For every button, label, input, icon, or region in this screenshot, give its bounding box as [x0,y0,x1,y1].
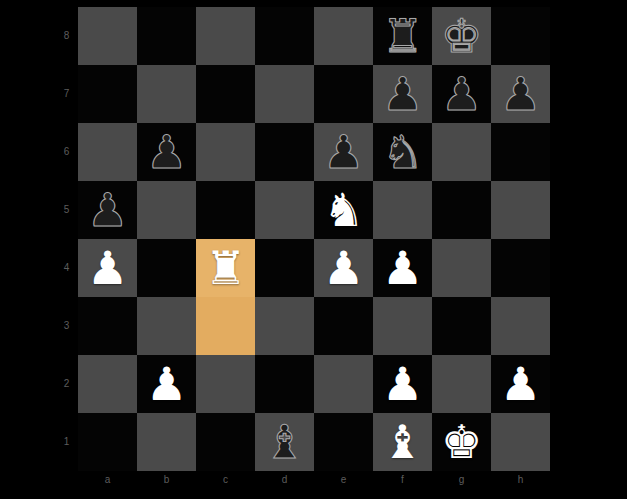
white-pawn-b2[interactable]: ♟ [146,355,187,413]
square-g7[interactable]: ♟ [432,65,491,123]
square-a8[interactable] [78,7,137,65]
square-h7[interactable]: ♟ [491,65,550,123]
square-e4[interactable]: ♟ [314,239,373,297]
square-d5[interactable] [255,181,314,239]
rank-label-5: 5 [59,181,74,239]
square-f3[interactable] [373,297,432,355]
white-king-g1[interactable]: ♚ [441,413,482,471]
file-label-e: e [314,472,373,487]
square-g4[interactable] [432,239,491,297]
white-rook-c4[interactable]: ♜ [205,239,246,297]
square-h2[interactable]: ♟ [491,355,550,413]
square-f7[interactable]: ♟ [373,65,432,123]
square-e1[interactable] [314,413,373,471]
square-c2[interactable] [196,355,255,413]
square-f1[interactable]: ♝ [373,413,432,471]
square-d4[interactable] [255,239,314,297]
square-a2[interactable] [78,355,137,413]
rank-label-2: 2 [59,355,74,413]
square-h4[interactable] [491,239,550,297]
white-bishop-f1[interactable]: ♝ [382,413,423,471]
square-g3[interactable] [432,297,491,355]
file-label-g: g [432,472,491,487]
square-b8[interactable] [137,7,196,65]
rank-label-8: 8 [59,7,74,65]
square-c7[interactable] [196,65,255,123]
square-g1[interactable]: ♚ [432,413,491,471]
black-pawn-f7[interactable]: ♟ [382,65,423,123]
file-label-b: b [137,472,196,487]
square-e2[interactable] [314,355,373,413]
square-f5[interactable] [373,181,432,239]
white-pawn-e4[interactable]: ♟ [323,239,364,297]
square-b6[interactable]: ♟ [137,123,196,181]
file-label-h: h [491,472,550,487]
square-h3[interactable] [491,297,550,355]
square-g2[interactable] [432,355,491,413]
square-h1[interactable] [491,413,550,471]
black-pawn-g7[interactable]: ♟ [441,65,482,123]
square-b3[interactable] [137,297,196,355]
square-a3[interactable] [78,297,137,355]
square-e8[interactable] [314,7,373,65]
square-d1[interactable]: ♝ [255,413,314,471]
square-a4[interactable]: ♟ [78,239,137,297]
file-label-a: a [78,472,137,487]
square-a5[interactable]: ♟ [78,181,137,239]
square-b5[interactable] [137,181,196,239]
white-pawn-a4[interactable]: ♟ [87,239,128,297]
square-d7[interactable] [255,65,314,123]
square-f8[interactable]: ♜ [373,7,432,65]
square-d8[interactable] [255,7,314,65]
square-c8[interactable] [196,7,255,65]
square-a6[interactable] [78,123,137,181]
white-pawn-f4[interactable]: ♟ [382,239,423,297]
square-c1[interactable] [196,413,255,471]
file-label-c: c [196,472,255,487]
file-labels: abcdefgh [78,471,550,489]
rank-labels: 87654321 [59,7,74,471]
black-pawn-a5[interactable]: ♟ [87,181,128,239]
chess-app: 87654321 ♜♚♟♟♟♟♟♞♟♞♟♜♟♟♟♟♟♝♝♚ abcdefgh [0,0,627,499]
file-label-d: d [255,472,314,487]
square-f6[interactable]: ♞ [373,123,432,181]
black-pawn-e6[interactable]: ♟ [323,123,364,181]
square-a1[interactable] [78,413,137,471]
chess-board: ♜♚♟♟♟♟♟♞♟♞♟♜♟♟♟♟♟♝♝♚ [78,7,550,471]
rank-label-3: 3 [59,297,74,355]
black-bishop-d1[interactable]: ♝ [264,413,305,471]
black-pawn-b6[interactable]: ♟ [146,123,187,181]
white-pawn-f2[interactable]: ♟ [382,355,423,413]
square-g8[interactable]: ♚ [432,7,491,65]
square-h5[interactable] [491,181,550,239]
square-g5[interactable] [432,181,491,239]
square-h6[interactable] [491,123,550,181]
square-d6[interactable] [255,123,314,181]
square-c4[interactable]: ♜ [196,239,255,297]
square-e6[interactable]: ♟ [314,123,373,181]
rank-label-4: 4 [59,239,74,297]
square-b1[interactable] [137,413,196,471]
square-b7[interactable] [137,65,196,123]
square-d3[interactable] [255,297,314,355]
square-e3[interactable] [314,297,373,355]
black-rook-f8[interactable]: ♜ [382,7,423,65]
rank-label-7: 7 [59,65,74,123]
square-d2[interactable] [255,355,314,413]
file-label-f: f [373,472,432,487]
square-f2[interactable]: ♟ [373,355,432,413]
square-c6[interactable] [196,123,255,181]
rank-label-6: 6 [59,123,74,181]
square-c5[interactable] [196,181,255,239]
square-c3[interactable] [196,297,255,355]
square-g6[interactable] [432,123,491,181]
black-knight-f6[interactable]: ♞ [382,123,423,181]
black-king-g8[interactable]: ♚ [441,7,482,65]
square-e7[interactable] [314,65,373,123]
square-h8[interactable] [491,7,550,65]
square-b4[interactable] [137,239,196,297]
white-pawn-h2[interactable]: ♟ [500,355,541,413]
square-f4[interactable]: ♟ [373,239,432,297]
white-knight-e5[interactable]: ♞ [323,181,364,239]
square-e5[interactable]: ♞ [314,181,373,239]
black-pawn-h7[interactable]: ♟ [500,65,541,123]
rank-label-1: 1 [59,413,74,471]
square-b2[interactable]: ♟ [137,355,196,413]
square-a7[interactable] [78,65,137,123]
